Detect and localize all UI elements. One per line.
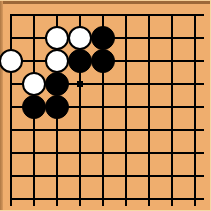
grid-line-v	[10, 14, 12, 206]
stone-black	[45, 95, 69, 119]
stone-black	[68, 49, 92, 73]
grid-line-h	[10, 14, 204, 16]
stone-black	[22, 95, 46, 119]
frame-top-shadow	[0, 1, 211, 4]
stone-black	[45, 72, 69, 96]
grid-line-h	[10, 129, 204, 131]
grid-line-h	[10, 198, 204, 200]
stone-white	[0, 49, 23, 73]
grid-line-h	[10, 175, 204, 177]
frame-right-highlight	[210, 0, 211, 211]
go-board	[0, 0, 211, 211]
stone-white	[22, 72, 46, 96]
grid-line-h	[10, 152, 204, 154]
grid-line-v	[194, 14, 196, 206]
stone-black	[91, 49, 115, 73]
frame-bottom-highlight	[0, 210, 211, 211]
grid-line-v	[171, 14, 173, 206]
stone-white	[45, 26, 69, 50]
grid-line-v	[125, 14, 127, 206]
stone-white	[68, 26, 92, 50]
stone-white	[45, 49, 69, 73]
hoshi-star-point	[77, 81, 83, 87]
grid-line-v	[148, 14, 150, 206]
frame-left-shadow	[0, 1, 3, 211]
stone-black	[91, 26, 115, 50]
